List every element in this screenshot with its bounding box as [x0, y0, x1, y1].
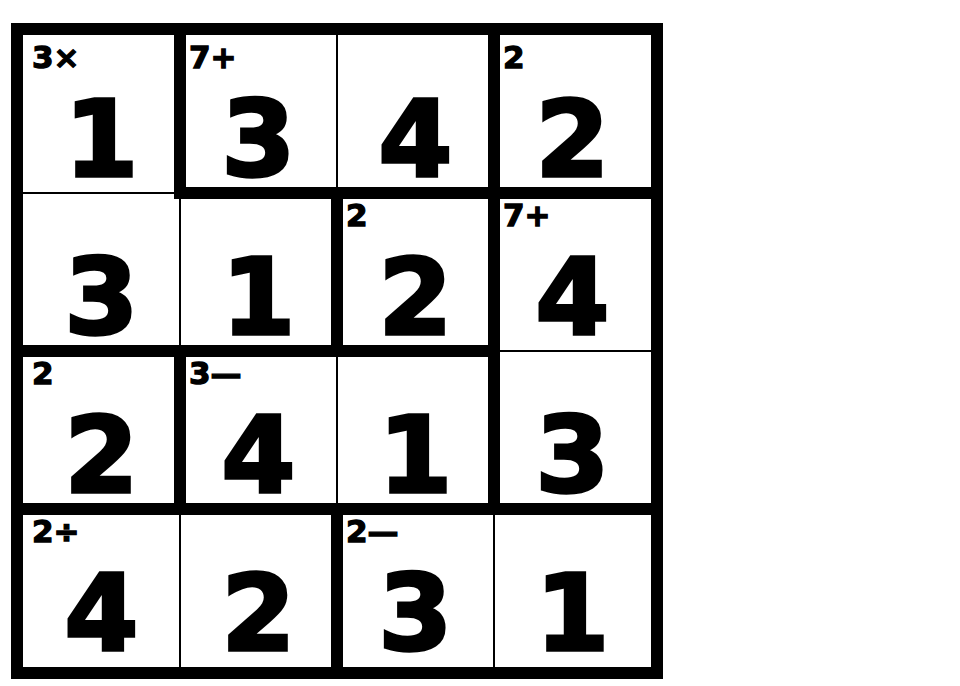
cell-r3c0[interactable]: 2÷ 4 — [23, 509, 180, 667]
cage-clue: 7+ — [189, 39, 237, 76]
cell-r0c0[interactable]: 3× 1 — [23, 35, 180, 193]
page-canvas: 3× 1 7+ 3 4 2 2 3 1 2 2 7+ 4 — [0, 0, 960, 686]
cell-r1c2[interactable]: 2 2 — [337, 193, 494, 351]
cell-r1c1[interactable]: 1 — [180, 193, 337, 351]
cell-value: 3 — [494, 403, 651, 509]
cage-clue: 3— — [189, 355, 242, 392]
cell-r2c1[interactable]: 3— 4 — [180, 351, 337, 509]
cell-r1c0[interactable]: 3 — [23, 193, 180, 351]
cell-value: 3 — [23, 245, 180, 351]
cell-value: 4 — [494, 245, 651, 351]
cell-r0c2[interactable]: 4 — [337, 35, 494, 193]
cell-value: 1 — [337, 403, 494, 509]
cell-value: 4 — [337, 87, 494, 193]
cell-value: 2 — [494, 87, 651, 193]
cell-value: 1 — [23, 87, 180, 193]
cell-r2c0[interactable]: 2 2 — [23, 351, 180, 509]
cage-clue: 2— — [346, 513, 399, 550]
cell-r0c1[interactable]: 7+ 3 — [180, 35, 337, 193]
cell-value: 4 — [23, 561, 180, 667]
cage-clue: 2 — [346, 197, 368, 234]
cell-value: 2 — [337, 245, 494, 351]
cage-clue: 2÷ — [32, 513, 80, 550]
cell-r0c3[interactable]: 2 2 — [494, 35, 651, 193]
cell-value: 2 — [180, 561, 337, 667]
kenken-board: 3× 1 7+ 3 4 2 2 3 1 2 2 7+ 4 — [11, 23, 663, 679]
cage-clue: 3× — [32, 39, 80, 76]
cell-r3c2[interactable]: 2— 3 — [337, 509, 494, 667]
cell-value: 1 — [494, 561, 651, 667]
cell-value: 4 — [180, 403, 337, 509]
cell-r2c2[interactable]: 1 — [337, 351, 494, 509]
cell-r1c3[interactable]: 7+ 4 — [494, 193, 651, 351]
cell-r3c3[interactable]: 1 — [494, 509, 651, 667]
cell-r3c1[interactable]: 2 — [180, 509, 337, 667]
cage-clue: 2 — [503, 39, 525, 76]
cell-value: 1 — [180, 245, 337, 351]
cell-value: 2 — [23, 403, 180, 509]
cage-clue: 2 — [32, 355, 54, 392]
cage-clue: 7+ — [503, 197, 551, 234]
cell-value: 3 — [337, 561, 494, 667]
cell-r2c3[interactable]: 3 — [494, 351, 651, 509]
cell-value: 3 — [180, 87, 337, 193]
